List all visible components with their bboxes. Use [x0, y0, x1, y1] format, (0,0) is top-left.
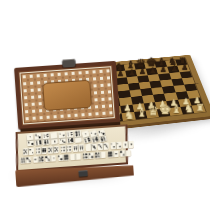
pip-dot	[96, 139, 98, 141]
pip-dot	[85, 141, 87, 143]
domino-half	[115, 142, 121, 149]
domino-tile-5-5	[48, 146, 59, 153]
pip-dot	[89, 153, 91, 155]
pip-dot	[101, 140, 103, 142]
pip-dot	[69, 149, 71, 151]
domino-half	[112, 150, 118, 157]
pip-dot	[39, 143, 41, 145]
domino-half	[87, 152, 93, 159]
pip-dot	[44, 151, 46, 153]
domino-half	[51, 137, 59, 145]
square-h1: ♜	[191, 104, 205, 113]
pip-dot	[111, 143, 113, 145]
pip-dot	[107, 147, 109, 149]
pip-dot	[94, 148, 96, 150]
domino-half	[27, 139, 35, 147]
pip-dot	[88, 140, 90, 142]
domino-tile-4-2	[82, 152, 93, 159]
domino-half	[35, 138, 43, 146]
domino-half	[125, 150, 131, 157]
pip-dot	[54, 141, 56, 143]
square-d5	[138, 81, 151, 89]
domino-tile-3-4	[34, 133, 42, 146]
domino-half	[100, 151, 106, 158]
domino-half	[40, 147, 46, 154]
domino-half	[75, 153, 81, 160]
pip-dot	[47, 142, 49, 144]
domino-half	[59, 137, 67, 145]
domino-tile-5-6	[42, 132, 50, 145]
pip-dot	[91, 156, 93, 158]
domino-tile-5-2	[23, 148, 34, 155]
pip-dot	[45, 143, 47, 145]
pip-dot	[124, 144, 126, 146]
domino-tile-2-6	[57, 154, 68, 161]
pip-dot	[130, 143, 132, 145]
domino-half	[53, 146, 59, 153]
pip-dot	[71, 141, 73, 143]
chess-piece-white-pawn: ♟	[191, 96, 203, 105]
pip-dot	[85, 133, 87, 135]
domino-tile-6-1	[107, 150, 118, 157]
domino-tile-3-3	[98, 143, 109, 150]
domino-tile-5-0	[95, 151, 106, 158]
domino-half	[62, 154, 68, 161]
pip-dot	[34, 159, 36, 161]
box-lid	[14, 61, 120, 130]
pip-dot	[29, 161, 31, 163]
pip-dot	[31, 143, 33, 145]
pip-dot	[36, 143, 38, 145]
domino-half	[90, 143, 96, 150]
domino-tile-3-1	[45, 155, 56, 162]
pip-dot	[29, 136, 31, 138]
domino-tile-0-1	[50, 132, 58, 145]
domino-tile-4-6	[35, 147, 46, 154]
domino-half	[75, 136, 83, 144]
pip-dot	[32, 152, 34, 154]
pip-dot	[120, 151, 122, 153]
domino-tile-4-5	[66, 131, 74, 144]
square-f4	[162, 86, 175, 94]
domino-half	[65, 145, 71, 152]
pip-dot	[117, 143, 119, 145]
product-photo: ♜♞♝♛♚♝♞♜♟♟♟♟♟♟♟♟♟♟♟♟♟♟♟♟♜♞♝♛♚♝♞♜	[0, 0, 210, 210]
domino-tile-1-5	[33, 156, 44, 163]
domino-tile-6-3	[20, 157, 31, 164]
clasp-icon	[62, 59, 76, 68]
domino-half	[25, 157, 31, 164]
domino-tile-2-3	[58, 131, 66, 144]
pip-dot	[66, 158, 68, 160]
domino-half	[50, 155, 56, 162]
pip-dot	[57, 150, 59, 152]
domino-half	[103, 143, 109, 150]
domino-half	[67, 136, 75, 144]
square-e5	[149, 80, 162, 88]
pip-dot	[104, 139, 106, 141]
domino-tile-0-3	[85, 143, 96, 150]
brass-plaque	[42, 80, 92, 111]
domino-tile-2-2	[110, 142, 121, 149]
domino-tile-4-4	[60, 145, 71, 152]
carved-lattice-panel	[20, 67, 113, 123]
pip-dot	[30, 149, 32, 151]
domino-half	[28, 148, 34, 155]
pip-dot	[119, 146, 121, 148]
pip-dot	[59, 133, 61, 135]
domino-tile-2-0	[120, 150, 131, 157]
pip-dot	[69, 146, 71, 148]
domino-half	[128, 141, 134, 148]
pip-dot	[82, 149, 84, 151]
domino-half	[38, 156, 44, 163]
dominoes-box	[5, 50, 140, 194]
pip-dot	[53, 157, 55, 159]
latch-icon	[78, 170, 87, 177]
pip-dot	[115, 153, 117, 155]
pip-dot	[68, 141, 70, 143]
pip-dot	[64, 141, 66, 143]
domino-tile-1-2	[26, 133, 34, 146]
pip-dot	[93, 140, 95, 142]
domino-tray	[16, 124, 128, 172]
domino-tile-0-0	[70, 153, 81, 160]
domino-half	[43, 138, 51, 146]
pip-dot	[41, 160, 43, 162]
domino-tile-1-1	[123, 141, 134, 148]
pip-dot	[91, 132, 93, 134]
domino-half	[78, 144, 84, 151]
pip-dot	[58, 156, 60, 158]
domino-tile-6-6	[73, 144, 84, 151]
domino-half	[99, 134, 108, 142]
pip-dot	[28, 141, 30, 143]
